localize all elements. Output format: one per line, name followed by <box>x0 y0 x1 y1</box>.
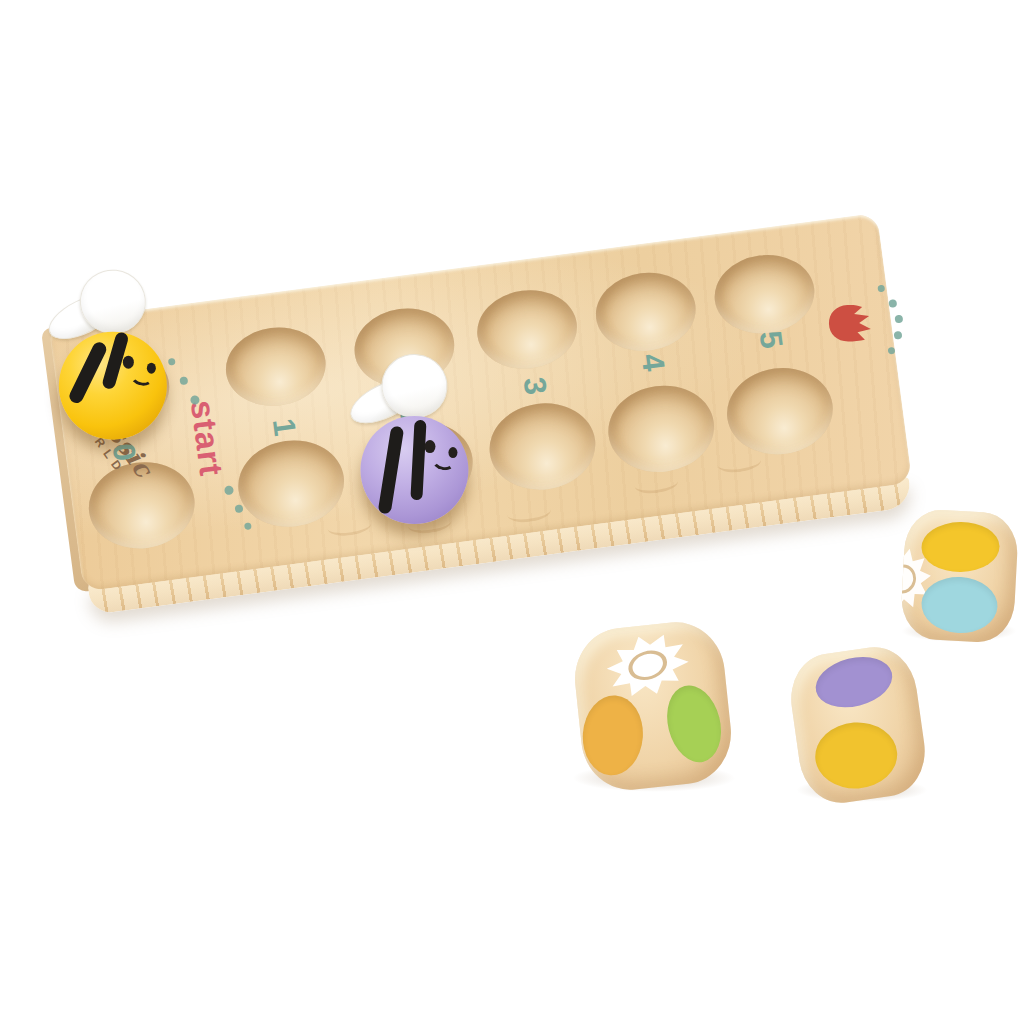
hole-bottom-3[interactable] <box>484 397 600 496</box>
trail-dot <box>244 522 252 530</box>
hole-bottom-1[interactable] <box>233 434 349 533</box>
start-label: start <box>182 381 232 495</box>
bee-stripe <box>67 340 109 405</box>
hole-bottom-5[interactable] <box>722 362 838 461</box>
bee-stripe <box>410 420 426 501</box>
game-board: Classic WORLD 0 1 2 3 4 5 st <box>48 213 916 622</box>
trail-dot <box>888 347 896 355</box>
bee-stripe <box>378 426 405 515</box>
number-label-3: 3 <box>515 367 553 405</box>
die3-yellow-face <box>813 720 899 792</box>
die1-green-face <box>659 680 728 768</box>
color-die-3[interactable] <box>785 642 931 808</box>
hole-bottom-4[interactable] <box>603 379 719 478</box>
bee-body <box>59 332 167 440</box>
die3-purple-face <box>810 649 897 714</box>
board-top-surface: Classic WORLD 0 1 2 3 4 5 st <box>48 213 912 592</box>
wood-grain-mark <box>633 471 679 496</box>
wood-grain-mark <box>506 500 552 525</box>
bee-body <box>360 416 468 524</box>
color-die-1[interactable] <box>570 618 736 795</box>
trail-dot <box>224 485 234 495</box>
die2-yellow-face <box>921 521 1000 572</box>
die1-orange-face <box>580 693 645 777</box>
bee-eye <box>123 356 134 369</box>
hole-top-1[interactable] <box>221 321 330 411</box>
number-label-5: 5 <box>751 321 789 359</box>
trail-dot <box>894 314 903 323</box>
trail-dot <box>235 504 244 513</box>
trail-dot <box>888 299 897 308</box>
tulip-flower-icon <box>826 299 875 348</box>
wood-grain-mark <box>716 450 762 475</box>
number-label-1: 1 <box>265 408 303 446</box>
purple-bee-piece[interactable] <box>339 324 489 524</box>
bee-eye <box>424 440 435 453</box>
trail-dot <box>877 285 885 293</box>
scene: Classic WORLD 0 1 2 3 4 5 st <box>0 0 1024 1024</box>
hole-top-4[interactable] <box>591 267 700 357</box>
trail-dot <box>894 331 903 340</box>
yellow-bee-piece[interactable] <box>38 240 188 440</box>
die2-blue-face <box>920 575 999 635</box>
number-label-4: 4 <box>633 343 671 381</box>
color-die-2[interactable] <box>900 508 1020 644</box>
